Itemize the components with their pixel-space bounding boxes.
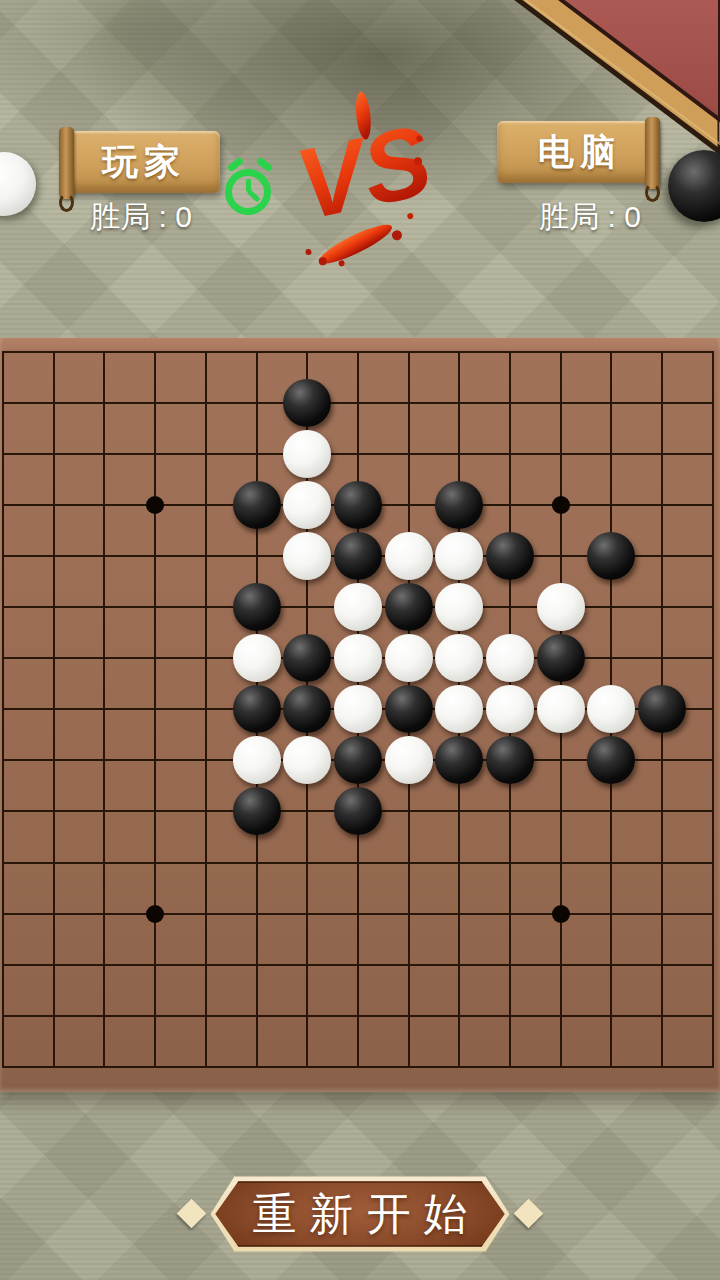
stone-black [537, 634, 585, 682]
stone-black [283, 379, 331, 427]
stone-white [385, 532, 433, 580]
stone-white [283, 736, 331, 784]
stone-white [283, 481, 331, 529]
stone-black [435, 481, 483, 529]
gomoku-board[interactable] [0, 338, 720, 1092]
grid-line-horizontal [2, 1066, 714, 1068]
opponent-name: 电脑 [532, 128, 622, 177]
stone-black [233, 787, 281, 835]
stone-black [638, 685, 686, 733]
stone-white [334, 583, 382, 631]
stone-black [334, 787, 382, 835]
stone-white [587, 685, 635, 733]
restart-button-face: 重新开始 [206, 1180, 514, 1248]
stone-black [233, 583, 281, 631]
stone-white [537, 583, 585, 631]
stone-white [486, 685, 534, 733]
player-banner: 玩家 [62, 131, 220, 193]
stone-black [283, 685, 331, 733]
stone-black [334, 481, 382, 529]
stone-black [233, 481, 281, 529]
opponent-wins-label: 胜局 : 0 [505, 197, 675, 238]
grid-line-horizontal [2, 862, 714, 864]
stone-white [233, 736, 281, 784]
stone-black [385, 685, 433, 733]
stone-black [283, 634, 331, 682]
stone-black [587, 736, 635, 784]
vs-graphic: VS [280, 88, 455, 268]
stone-black [435, 736, 483, 784]
stone-black [385, 583, 433, 631]
stone-black [486, 532, 534, 580]
opponent-banner: 电脑 [497, 121, 657, 183]
stone-white [435, 532, 483, 580]
stone-black [334, 736, 382, 784]
stone-black [587, 532, 635, 580]
stone-black [334, 532, 382, 580]
stone-white [233, 634, 281, 682]
stone-white [435, 583, 483, 631]
player-name: 玩家 [96, 138, 186, 187]
vs-text: VS [287, 103, 441, 240]
diamond-ornament-right [514, 1199, 544, 1229]
stone-white [435, 634, 483, 682]
stone-white [283, 532, 331, 580]
stone-white [435, 685, 483, 733]
scroll-roll [645, 117, 660, 189]
scroll-roll [59, 127, 74, 199]
stone-white [283, 430, 331, 478]
alarm-clock-icon [222, 160, 278, 218]
grid-line-horizontal [2, 1015, 714, 1017]
stone-white [537, 685, 585, 733]
stone-white [334, 685, 382, 733]
stone-black [233, 685, 281, 733]
stone-white [334, 634, 382, 682]
stone-white [486, 634, 534, 682]
star-point [552, 905, 570, 923]
star-point [146, 496, 164, 514]
player-wins-label: 胜局 : 0 [56, 197, 226, 238]
grid-line-horizontal [2, 964, 714, 966]
star-point [552, 496, 570, 514]
stone-white [385, 736, 433, 784]
restart-button-label: 重新开始 [240, 1185, 481, 1244]
stone-white [385, 634, 433, 682]
star-point [146, 905, 164, 923]
restart-button[interactable]: 重新开始 [201, 1175, 519, 1253]
footer: 重新开始 [0, 1172, 720, 1256]
grid-line-horizontal [2, 913, 714, 915]
stone-black [486, 736, 534, 784]
diamond-ornament-left [177, 1199, 207, 1229]
grid-line-vertical [712, 351, 714, 1068]
